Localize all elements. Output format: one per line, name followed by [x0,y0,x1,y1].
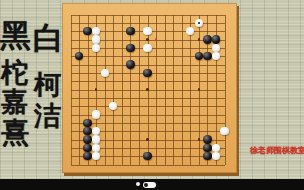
black-stone[interactable] [126,27,134,35]
black-stone[interactable] [143,69,151,77]
star-point [198,138,201,141]
black-stone[interactable] [203,144,211,152]
grid-line-vertical [225,15,226,165]
grid-line-horizontal [71,98,225,99]
white-player-char1: 柯 [34,71,61,98]
white-stone[interactable] [212,144,220,152]
black-stone[interactable] [203,35,211,43]
grid-line-horizontal [71,165,225,166]
white-stone[interactable] [101,69,109,77]
white-stone[interactable] [92,127,100,135]
black-stone[interactable] [143,152,151,160]
white-stone[interactable] [92,110,100,118]
black-stone[interactable] [212,35,220,43]
black-stone[interactable] [83,144,91,152]
grid-line-vertical [156,15,157,165]
white-stone[interactable] [109,102,117,110]
star-point [146,88,149,91]
black-stone[interactable] [203,135,211,143]
white-stone[interactable] [92,35,100,43]
white-stone[interactable] [92,44,100,52]
white-stone[interactable] [212,152,220,160]
star-point [198,88,201,91]
white-label: 白 [33,23,64,54]
white-stone[interactable] [143,27,151,35]
black-stone[interactable] [83,135,91,143]
white-stone[interactable] [220,127,228,135]
white-stone[interactable] [212,44,220,52]
black-stone[interactable] [126,44,134,52]
black-stone[interactable] [83,27,91,35]
black-stone[interactable] [83,127,91,135]
black-stone[interactable] [83,119,91,127]
goban[interactable] [62,3,237,173]
grid-line-horizontal [71,123,225,124]
toggle-knob [144,183,148,187]
white-stone[interactable] [92,27,100,35]
black-stone[interactable] [203,152,211,160]
grid-line-vertical [173,15,174,165]
white-player-char2: 洁 [34,102,61,129]
grid-line-vertical [182,15,183,165]
grid-line-horizontal [71,106,225,107]
video-frame: 黑 柁 嘉 熹 白 柯 洁 徐老师围棋教室 [0,0,304,190]
black-stone[interactable] [203,52,211,60]
last-move-marker [198,22,201,25]
grid-line-vertical [165,15,166,165]
black-stone[interactable] [83,152,91,160]
white-stone[interactable] [92,152,100,160]
white-stone[interactable] [195,19,203,27]
black-player-char1: 柁 [1,59,28,86]
stone-color-toggle-icon[interactable] [143,182,156,188]
black-label: 黑 [0,20,31,51]
black-player-char3: 熹 [1,119,29,147]
grid-line-vertical [190,15,191,165]
stone-dot-icon[interactable] [136,182,140,186]
black-stone[interactable] [75,52,83,60]
black-player-char2: 嘉 [1,88,28,115]
star-point [146,38,149,41]
white-stone[interactable] [143,44,151,52]
star-point [146,138,149,141]
watermark-text: 徐老师围棋教室 [250,147,304,155]
star-point [198,38,201,41]
white-stone[interactable] [92,135,100,143]
black-stone[interactable] [195,52,203,60]
goban-grid[interactable] [71,15,225,165]
video-control-bar[interactable] [0,179,304,190]
black-stone[interactable] [126,60,134,68]
white-stone[interactable] [212,52,220,60]
white-stone[interactable] [92,144,100,152]
white-stone[interactable] [186,27,194,35]
